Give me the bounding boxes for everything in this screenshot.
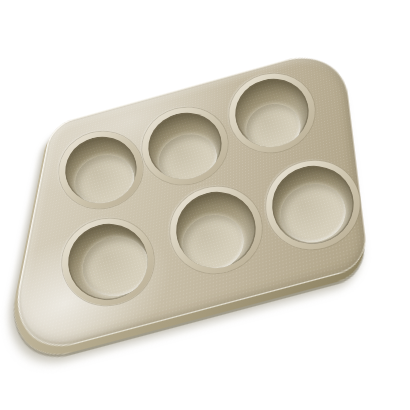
cup-bottom [274,177,353,250]
photo-canvas [0,0,410,410]
